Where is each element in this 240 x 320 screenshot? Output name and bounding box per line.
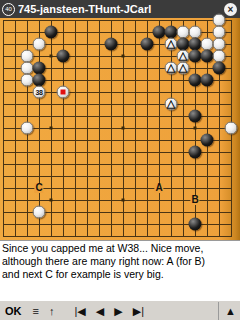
star-point: [50, 127, 53, 130]
point-label-c: C: [34, 183, 43, 193]
black-stone: [57, 50, 70, 63]
star-point: [122, 55, 125, 58]
grid-line: [3, 164, 232, 165]
last-move-button[interactable]: ▶|: [128, 302, 149, 320]
keyboard-icon[interactable]: ▲: [218, 302, 236, 320]
close-icon[interactable]: ×: [224, 3, 237, 16]
grid-line: [3, 20, 232, 21]
ok-button[interactable]: OK: [0, 305, 28, 317]
first-move-button[interactable]: |◀: [69, 302, 90, 320]
star-point: [50, 199, 53, 202]
black-stone: [189, 110, 202, 123]
grid-line: [3, 128, 232, 129]
black-stone: [201, 74, 214, 87]
point-label-b: B: [190, 195, 199, 205]
white-stone: [165, 98, 178, 111]
title-bar: 40 745-jansteen-THunt-JCarl ×: [0, 0, 240, 18]
comment-line: although there are many right now: A (fo…: [2, 255, 238, 268]
grid-line: [3, 236, 232, 237]
black-stone: [201, 134, 214, 147]
next-move-button[interactable]: ▶: [109, 302, 127, 320]
comment-line: Since you capped me at W38... Nice move,: [2, 242, 238, 255]
white-stone: [57, 86, 70, 99]
toolbar: OK ≡ ↑ |◀ ◀ ▶ ▶| ▲: [0, 300, 240, 320]
move-navigation: |◀ ◀ ▶ ▶|: [69, 302, 149, 320]
grid-line: [3, 176, 232, 177]
black-stone: [105, 38, 118, 51]
white-stone: [33, 86, 46, 99]
point-label-a: A: [154, 183, 163, 193]
comment-line: and next C for example is very big.: [2, 268, 238, 281]
black-stone: [213, 62, 226, 75]
comment-panel[interactable]: Since you capped me at W38... Nice move,…: [0, 240, 240, 300]
star-point: [122, 127, 125, 130]
white-stone: [33, 38, 46, 51]
app-window: 40 745-jansteen-THunt-JCarl × △△△△△38ABC…: [0, 0, 240, 320]
prev-move-button[interactable]: ◀: [91, 302, 109, 320]
white-stone: [33, 206, 46, 219]
star-point: [122, 199, 125, 202]
up-icon[interactable]: ↑: [44, 302, 60, 320]
grid-line: [3, 104, 232, 105]
app-icon: 40: [2, 3, 15, 16]
grid-line: [3, 140, 232, 141]
black-stone: [141, 38, 154, 51]
black-stone: [189, 218, 202, 231]
black-stone: [189, 146, 202, 159]
star-point: [50, 55, 53, 58]
black-stone: [45, 26, 58, 39]
window-title: 745-jansteen-THunt-JCarl: [18, 3, 224, 15]
game-tree-icon[interactable]: ≡: [28, 302, 44, 320]
white-stone: [21, 122, 34, 135]
white-stone: [225, 122, 238, 135]
go-board[interactable]: △△△△△38ABC: [0, 18, 240, 240]
star-point: [194, 127, 197, 130]
white-stone: [177, 62, 190, 75]
